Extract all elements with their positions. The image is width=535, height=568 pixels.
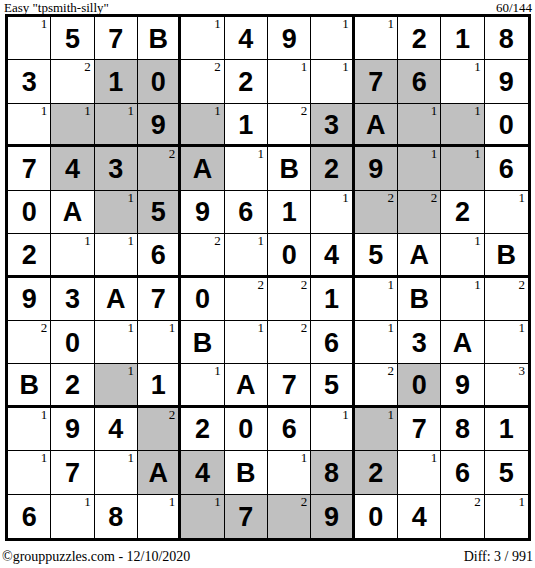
pencil-mark: 1 bbox=[127, 191, 134, 205]
pencil-mark: 1 bbox=[474, 104, 481, 118]
cell-value: 8 bbox=[455, 414, 470, 443]
pencil-mark: 2 bbox=[84, 60, 91, 74]
pencil-mark: 1 bbox=[431, 451, 438, 465]
cell-r3c2[interactable]: 1 bbox=[51, 104, 94, 147]
cell-r5c12[interactable]: 1 bbox=[485, 191, 528, 234]
pencil-mark: 1 bbox=[257, 321, 264, 335]
pencil-mark: 1 bbox=[127, 451, 134, 465]
cell-r1c7[interactable]: 9 bbox=[268, 17, 311, 60]
cell-r3c3[interactable]: 1 bbox=[95, 104, 138, 147]
cell-value: 6 bbox=[499, 154, 514, 183]
pencil-mark: 1 bbox=[84, 104, 91, 118]
cell-r4c3[interactable]: 3 bbox=[95, 147, 138, 190]
pencil-mark: 1 bbox=[387, 17, 394, 31]
cell-r9c9[interactable]: 2 bbox=[355, 364, 398, 407]
cell-r11c8[interactable]: 8 bbox=[311, 451, 354, 494]
cell-r2c6[interactable]: 2 bbox=[225, 60, 268, 103]
pencil-mark: 1 bbox=[127, 364, 134, 378]
cell-value: 9 bbox=[455, 370, 470, 399]
cell-value: 8 bbox=[108, 502, 123, 531]
cell-r10c4[interactable]: 2 bbox=[138, 408, 181, 451]
cell-r7c3[interactable]: A bbox=[95, 278, 138, 321]
cell-r4c11[interactable]: 1 bbox=[441, 147, 484, 190]
cell-value: 9 bbox=[324, 502, 339, 531]
cell-r10c5[interactable]: 2 bbox=[181, 408, 224, 451]
pencil-mark: 2 bbox=[214, 60, 221, 74]
cell-value: A bbox=[453, 328, 473, 357]
cell-r1c12[interactable]: 8 bbox=[485, 17, 528, 60]
cell-r7c4[interactable]: 7 bbox=[138, 278, 181, 321]
cell-value: 3 bbox=[324, 110, 339, 139]
pencil-mark: 1 bbox=[41, 408, 48, 422]
cell-r8c1[interactable]: 2 bbox=[8, 321, 51, 364]
pencil-mark: 1 bbox=[127, 234, 134, 248]
cell-r1c10[interactable]: 2 bbox=[398, 17, 441, 60]
pencil-mark: 1 bbox=[518, 191, 525, 205]
cell-value: 2 bbox=[22, 240, 37, 269]
cell-r7c9[interactable]: 1 bbox=[355, 278, 398, 321]
cell-r8c5[interactable]: B bbox=[181, 321, 224, 364]
cell-value: 0 bbox=[22, 197, 37, 226]
cell-r10c1[interactable]: 1 bbox=[8, 408, 51, 451]
cell-r1c1[interactable]: 1 bbox=[8, 17, 51, 60]
pencil-mark: 1 bbox=[301, 60, 308, 74]
cell-value: 9 bbox=[151, 110, 166, 139]
cell-r12c3[interactable]: 8 bbox=[95, 495, 138, 538]
cell-r10c9[interactable]: 1 bbox=[355, 408, 398, 451]
cell-r2c8[interactable]: 1 bbox=[311, 60, 354, 103]
pencil-mark: 1 bbox=[214, 17, 221, 31]
cell-r11c9[interactable]: 2 bbox=[355, 451, 398, 494]
cell-value: 9 bbox=[195, 197, 210, 226]
pencil-mark: 1 bbox=[342, 191, 349, 205]
cell-value: 0 bbox=[238, 414, 253, 443]
pencil-mark: 1 bbox=[342, 60, 349, 74]
cell-r12c10[interactable]: 4 bbox=[398, 495, 441, 538]
cell-r4c12[interactable]: 6 bbox=[485, 147, 528, 190]
cell-r5c3[interactable]: 1 bbox=[95, 191, 138, 234]
cell-r6c4[interactable]: 6 bbox=[138, 234, 181, 277]
pencil-mark: 1 bbox=[169, 321, 176, 335]
cell-r4c5[interactable]: A bbox=[181, 147, 224, 190]
cell-r12c7[interactable]: 2 bbox=[268, 495, 311, 538]
cell-r2c10[interactable]: 6 bbox=[398, 60, 441, 103]
pencil-mark: 2 bbox=[431, 191, 438, 205]
cell-r10c3[interactable]: 4 bbox=[95, 408, 138, 451]
pencil-mark: 2 bbox=[41, 321, 48, 335]
cell-r9c12[interactable]: 3 bbox=[485, 364, 528, 407]
cell-value: A bbox=[193, 154, 213, 183]
pencil-mark: 1 bbox=[342, 17, 349, 31]
pencil-mark: 2 bbox=[518, 278, 525, 292]
pencil-mark: 1 bbox=[84, 495, 91, 509]
cell-r12c4[interactable]: 1 bbox=[138, 495, 181, 538]
cell-r7c5[interactable]: 0 bbox=[181, 278, 224, 321]
cell-r3c5[interactable]: 1 bbox=[181, 104, 224, 147]
cell-r6c1[interactable]: 2 bbox=[8, 234, 51, 277]
pencil-mark: 1 bbox=[257, 147, 264, 161]
cell-value: 6 bbox=[151, 240, 166, 269]
cell-r11c7[interactable]: 1 bbox=[268, 451, 311, 494]
cell-r12c12[interactable]: 1 bbox=[485, 495, 528, 538]
pencil-mark: 1 bbox=[474, 234, 481, 248]
cell-r12c11[interactable]: 2 bbox=[441, 495, 484, 538]
cell-value: A bbox=[409, 240, 429, 269]
cell-value: 2 bbox=[238, 67, 253, 96]
cell-r9c5[interactable]: 1 bbox=[181, 364, 224, 407]
cell-value: 0 bbox=[412, 370, 427, 399]
cell-r2c11[interactable]: 1 bbox=[441, 60, 484, 103]
difficulty-text: Diff: 3 / 991 bbox=[464, 549, 533, 565]
cell-r8c4[interactable]: 1 bbox=[138, 321, 181, 364]
cell-r5c4[interactable]: 5 bbox=[138, 191, 181, 234]
sudoku-board: 157B1491121832102211761911191123A1107432… bbox=[5, 14, 531, 541]
cell-r3c8[interactable]: 3 bbox=[311, 104, 354, 147]
pencil-mark: 1 bbox=[41, 17, 48, 31]
cell-value: 9 bbox=[368, 154, 383, 183]
cell-value: 8 bbox=[324, 458, 339, 487]
cell-r9c4[interactable]: 1 bbox=[138, 364, 181, 407]
pencil-mark: 2 bbox=[169, 147, 176, 161]
cell-value: 4 bbox=[412, 502, 427, 531]
cell-value: B bbox=[193, 328, 213, 357]
cell-r5c7[interactable]: 1 bbox=[268, 191, 311, 234]
cell-value: 1 bbox=[282, 197, 297, 226]
cell-r9c10[interactable]: 0 bbox=[398, 364, 441, 407]
cell-value: 6 bbox=[282, 414, 297, 443]
cell-r4c10[interactable]: 1 bbox=[398, 147, 441, 190]
cell-value: 3 bbox=[412, 328, 427, 357]
cell-r5c11[interactable]: 2 bbox=[441, 191, 484, 234]
cell-r2c5[interactable]: 2 bbox=[181, 60, 224, 103]
cell-value: 9 bbox=[499, 67, 514, 96]
cell-value: 5 bbox=[499, 458, 514, 487]
pencil-mark: 1 bbox=[474, 278, 481, 292]
cell-value: 7 bbox=[151, 284, 166, 313]
puzzle-page: Easy "tpsmith-silly" 60/144 157B14911218… bbox=[0, 0, 535, 568]
pencil-mark: 1 bbox=[387, 278, 394, 292]
cell-r10c6[interactable]: 0 bbox=[225, 408, 268, 451]
cell-value: 6 bbox=[22, 502, 37, 531]
cell-r10c10[interactable]: 7 bbox=[398, 408, 441, 451]
pencil-mark: 1 bbox=[431, 104, 438, 118]
cell-r7c12[interactable]: 2 bbox=[485, 278, 528, 321]
pencil-mark: 1 bbox=[41, 451, 48, 465]
cell-r2c2[interactable]: 2 bbox=[51, 60, 94, 103]
pencil-mark: 2 bbox=[301, 104, 308, 118]
cell-r5c9[interactable]: 2 bbox=[355, 191, 398, 234]
cell-value: 7 bbox=[412, 414, 427, 443]
cell-r9c3[interactable]: 1 bbox=[95, 364, 138, 407]
cell-r3c12[interactable]: 0 bbox=[485, 104, 528, 147]
cell-value: 9 bbox=[65, 414, 80, 443]
cell-value: 5 bbox=[151, 197, 166, 226]
pencil-mark: 1 bbox=[257, 234, 264, 248]
cell-r9c1[interactable]: B bbox=[8, 364, 51, 407]
cell-value: 7 bbox=[238, 502, 253, 531]
cell-value: 1 bbox=[499, 414, 514, 443]
cell-r1c9[interactable]: 1 bbox=[355, 17, 398, 60]
pencil-mark: 2 bbox=[387, 191, 394, 205]
cell-r11c4[interactable]: A bbox=[138, 451, 181, 494]
pencil-mark: 2 bbox=[214, 234, 221, 248]
cell-value: 7 bbox=[368, 67, 383, 96]
cell-value: 9 bbox=[22, 284, 37, 313]
cell-r9c6[interactable]: A bbox=[225, 364, 268, 407]
cell-r5c5[interactable]: 9 bbox=[181, 191, 224, 234]
cell-value: 1 bbox=[324, 284, 339, 313]
pencil-mark: 1 bbox=[387, 321, 394, 335]
cell-r8c8[interactable]: 6 bbox=[311, 321, 354, 364]
cell-r9c11[interactable]: 9 bbox=[441, 364, 484, 407]
cell-value: 3 bbox=[108, 154, 123, 183]
pencil-mark: 1 bbox=[301, 451, 308, 465]
cell-r2c3[interactable]: 1 bbox=[95, 60, 138, 103]
pencil-mark: 1 bbox=[431, 147, 438, 161]
cell-value: 1 bbox=[455, 24, 470, 53]
cell-r11c5[interactable]: 4 bbox=[181, 451, 224, 494]
cell-value: 0 bbox=[499, 110, 514, 139]
pencil-mark: 1 bbox=[518, 495, 525, 509]
cell-value: B bbox=[148, 24, 168, 53]
cell-r6c8[interactable]: 4 bbox=[311, 234, 354, 277]
pencil-mark: 1 bbox=[214, 104, 221, 118]
cell-value: A bbox=[63, 197, 83, 226]
cell-r9c2[interactable]: 2 bbox=[51, 364, 94, 407]
cell-r6c7[interactable]: 0 bbox=[268, 234, 311, 277]
cell-r9c7[interactable]: 7 bbox=[268, 364, 311, 407]
pencil-mark: 1 bbox=[127, 321, 134, 335]
cell-r10c12[interactable]: 1 bbox=[485, 408, 528, 451]
cell-r3c10[interactable]: 1 bbox=[398, 104, 441, 147]
cell-r7c11[interactable]: 1 bbox=[441, 278, 484, 321]
cell-value: 7 bbox=[282, 370, 297, 399]
pencil-mark: 2 bbox=[301, 321, 308, 335]
cell-value: 4 bbox=[238, 24, 253, 53]
copyright-text: ©grouppuzzles.com - 12/10/2020 bbox=[2, 549, 190, 565]
cell-value: 5 bbox=[65, 24, 80, 53]
cell-r2c4[interactable]: 0 bbox=[138, 60, 181, 103]
cell-r6c3[interactable]: 1 bbox=[95, 234, 138, 277]
cell-r7c10[interactable]: B bbox=[398, 278, 441, 321]
cell-r12c6[interactable]: 7 bbox=[225, 495, 268, 538]
cell-r12c9[interactable]: 0 bbox=[355, 495, 398, 538]
footer: ©grouppuzzles.com - 12/10/2020 Diff: 3 /… bbox=[2, 548, 533, 565]
pencil-mark: 2 bbox=[387, 364, 394, 378]
cell-value: 4 bbox=[65, 154, 80, 183]
cell-r8c7[interactable]: 2 bbox=[268, 321, 311, 364]
cell-value: 4 bbox=[195, 458, 210, 487]
cell-value: B bbox=[19, 370, 39, 399]
cell-value: B bbox=[409, 284, 429, 313]
pencil-mark: 1 bbox=[518, 321, 525, 335]
header: Easy "tpsmith-silly" 60/144 bbox=[4, 0, 532, 14]
cell-r6c2[interactable]: 1 bbox=[51, 234, 94, 277]
cell-r8c2[interactable]: 0 bbox=[51, 321, 94, 364]
cell-r10c7[interactable]: 6 bbox=[268, 408, 311, 451]
cell-r11c10[interactable]: 1 bbox=[398, 451, 441, 494]
cell-value: A bbox=[236, 370, 256, 399]
cell-r4c6[interactable]: 1 bbox=[225, 147, 268, 190]
cell-r6c6[interactable]: 1 bbox=[225, 234, 268, 277]
cell-r7c8[interactable]: 1 bbox=[311, 278, 354, 321]
cell-value: 5 bbox=[324, 370, 339, 399]
pencil-mark: 2 bbox=[169, 408, 176, 422]
cell-value: 3 bbox=[65, 284, 80, 313]
pencil-mark: 1 bbox=[474, 147, 481, 161]
cell-r1c5[interactable]: 1 bbox=[181, 17, 224, 60]
cell-value: 3 bbox=[22, 67, 37, 96]
cell-r1c6[interactable]: 4 bbox=[225, 17, 268, 60]
cell-r8c9[interactable]: 1 bbox=[355, 321, 398, 364]
cell-r3c11[interactable]: 1 bbox=[441, 104, 484, 147]
cell-value: 6 bbox=[238, 197, 253, 226]
cell-r4c7[interactable]: B bbox=[268, 147, 311, 190]
cell-value: 0 bbox=[368, 502, 383, 531]
cell-r3c6[interactable]: 1 bbox=[225, 104, 268, 147]
cell-value: 7 bbox=[65, 458, 80, 487]
cell-r8c10[interactable]: 3 bbox=[398, 321, 441, 364]
cell-value: 1 bbox=[238, 110, 253, 139]
pencil-mark: 2 bbox=[301, 278, 308, 292]
cell-value: 9 bbox=[282, 24, 297, 53]
cell-r4c8[interactable]: 2 bbox=[311, 147, 354, 190]
pencil-mark: 1 bbox=[169, 495, 176, 509]
cell-value: 1 bbox=[108, 67, 123, 96]
cell-r10c11[interactable]: 8 bbox=[441, 408, 484, 451]
cell-r12c8[interactable]: 9 bbox=[311, 495, 354, 538]
cell-r3c7[interactable]: 2 bbox=[268, 104, 311, 147]
cell-r1c4[interactable]: B bbox=[138, 17, 181, 60]
cell-r1c8[interactable]: 1 bbox=[311, 17, 354, 60]
cell-value: 0 bbox=[195, 284, 210, 313]
cell-r11c2[interactable]: 7 bbox=[51, 451, 94, 494]
cell-value: 0 bbox=[65, 328, 80, 357]
cell-value: 2 bbox=[65, 370, 80, 399]
cell-r2c12[interactable]: 9 bbox=[485, 60, 528, 103]
pencil-mark: 1 bbox=[214, 495, 221, 509]
cell-r1c2[interactable]: 5 bbox=[51, 17, 94, 60]
cell-r5c1[interactable]: 0 bbox=[8, 191, 51, 234]
cell-value: 4 bbox=[324, 240, 339, 269]
cell-value: 2 bbox=[368, 458, 383, 487]
cell-value: B bbox=[236, 458, 256, 487]
cell-r9c8[interactable]: 5 bbox=[311, 364, 354, 407]
pencil-mark: 1 bbox=[84, 234, 91, 248]
cell-value: A bbox=[366, 110, 386, 139]
pencil-mark: 1 bbox=[41, 104, 48, 118]
cell-value: 2 bbox=[455, 197, 470, 226]
pencil-mark: 1 bbox=[474, 60, 481, 74]
cell-r5c6[interactable]: 6 bbox=[225, 191, 268, 234]
cell-r7c7[interactable]: 2 bbox=[268, 278, 311, 321]
cell-r6c10[interactable]: A bbox=[398, 234, 441, 277]
cell-value: 4 bbox=[108, 414, 123, 443]
cell-r1c11[interactable]: 1 bbox=[441, 17, 484, 60]
cell-r4c4[interactable]: 2 bbox=[138, 147, 181, 190]
cell-value: 2 bbox=[324, 154, 339, 183]
cell-value: B bbox=[497, 240, 517, 269]
cell-r6c9[interactable]: 5 bbox=[355, 234, 398, 277]
pencil-mark: 1 bbox=[387, 408, 394, 422]
cell-value: 1 bbox=[151, 370, 166, 399]
cell-r8c11[interactable]: A bbox=[441, 321, 484, 364]
cell-r7c1[interactable]: 9 bbox=[8, 278, 51, 321]
pencil-mark: 2 bbox=[474, 495, 481, 509]
cell-r7c2[interactable]: 3 bbox=[51, 278, 94, 321]
cell-r8c3[interactable]: 1 bbox=[95, 321, 138, 364]
cell-r1c3[interactable]: 7 bbox=[95, 17, 138, 60]
cell-value: 2 bbox=[195, 414, 210, 443]
cell-r5c10[interactable]: 2 bbox=[398, 191, 441, 234]
cell-value: 6 bbox=[324, 328, 339, 357]
cell-r3c4[interactable]: 9 bbox=[138, 104, 181, 147]
cell-r7c6[interactable]: 2 bbox=[225, 278, 268, 321]
cell-r2c9[interactable]: 7 bbox=[355, 60, 398, 103]
cell-r8c12[interactable]: 1 bbox=[485, 321, 528, 364]
cell-r11c1[interactable]: 1 bbox=[8, 451, 51, 494]
cell-r10c8[interactable]: 1 bbox=[311, 408, 354, 451]
cell-r11c12[interactable]: 5 bbox=[485, 451, 528, 494]
cell-r6c11[interactable]: 1 bbox=[441, 234, 484, 277]
cell-r3c9[interactable]: A bbox=[355, 104, 398, 147]
cell-value: 5 bbox=[368, 240, 383, 269]
pencil-mark: 1 bbox=[342, 408, 349, 422]
pencil-mark: 3 bbox=[518, 364, 525, 378]
cell-value: A bbox=[106, 284, 126, 313]
pencil-mark: 1 bbox=[127, 104, 134, 118]
cell-value: 0 bbox=[282, 240, 297, 269]
cell-value: B bbox=[279, 154, 299, 183]
cell-r2c1[interactable]: 3 bbox=[8, 60, 51, 103]
cell-value: 7 bbox=[108, 24, 123, 53]
cell-r4c9[interactable]: 9 bbox=[355, 147, 398, 190]
cell-value: 7 bbox=[22, 154, 37, 183]
cell-r4c2[interactable]: 4 bbox=[51, 147, 94, 190]
cell-r12c2[interactable]: 1 bbox=[51, 495, 94, 538]
cell-r10c2[interactable]: 9 bbox=[51, 408, 94, 451]
cell-r4c1[interactable]: 7 bbox=[8, 147, 51, 190]
pencil-mark: 2 bbox=[301, 495, 308, 509]
cell-r12c5[interactable]: 1 bbox=[181, 495, 224, 538]
cell-r5c2[interactable]: A bbox=[51, 191, 94, 234]
cell-r2c7[interactable]: 1 bbox=[268, 60, 311, 103]
cell-r12c1[interactable]: 6 bbox=[8, 495, 51, 538]
cell-r5c8[interactable]: 1 bbox=[311, 191, 354, 234]
cell-r3c1[interactable]: 1 bbox=[8, 104, 51, 147]
cell-value: 8 bbox=[499, 24, 514, 53]
cell-value: 0 bbox=[151, 67, 166, 96]
cell-value: 2 bbox=[412, 24, 427, 53]
cell-value: 6 bbox=[412, 67, 427, 96]
pencil-mark: 2 bbox=[257, 278, 264, 292]
cell-r8c6[interactable]: 1 bbox=[225, 321, 268, 364]
cell-value: 6 bbox=[455, 458, 470, 487]
cell-r6c12[interactable]: B bbox=[485, 234, 528, 277]
pencil-mark: 1 bbox=[214, 364, 221, 378]
cell-r11c3[interactable]: 1 bbox=[95, 451, 138, 494]
cell-r11c6[interactable]: B bbox=[225, 451, 268, 494]
cell-value: A bbox=[148, 458, 168, 487]
cell-r11c11[interactable]: 6 bbox=[441, 451, 484, 494]
cell-r6c5[interactable]: 2 bbox=[181, 234, 224, 277]
